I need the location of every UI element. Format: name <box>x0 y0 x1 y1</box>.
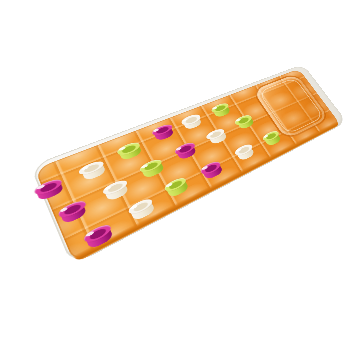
cup-pocket-green <box>138 157 166 179</box>
cup-pocket-white <box>127 197 157 222</box>
cup-pocket-grid <box>30 64 347 266</box>
cup-pocket-white <box>101 178 131 202</box>
cup-pocket-white <box>205 127 229 146</box>
pool-float <box>30 64 347 266</box>
cup-pocket-pink <box>173 141 199 161</box>
cup-pocket-pink <box>199 160 225 181</box>
cup-pocket-white <box>233 143 257 162</box>
cup-pocket-green <box>234 114 257 131</box>
cup-pocket-green <box>209 102 232 119</box>
cup-pocket-pink <box>33 177 66 202</box>
cup-pocket-green <box>116 141 144 162</box>
cup-pocket-pink <box>56 199 89 226</box>
cup-pocket-pink <box>82 222 115 250</box>
product-photo-canvas <box>0 0 350 350</box>
cup-pocket-green <box>163 176 191 199</box>
cup-pocket-white <box>78 159 109 182</box>
cup-pocket-pink <box>150 123 176 142</box>
cup-pocket-white <box>180 113 205 131</box>
cup-pocket-green <box>261 129 283 147</box>
